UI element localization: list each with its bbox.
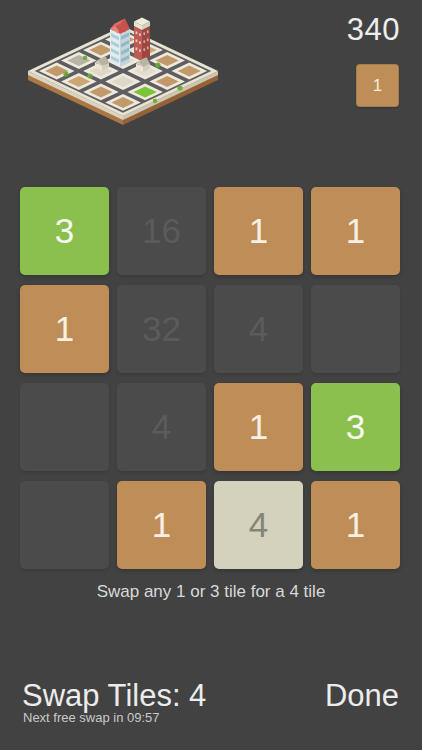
tile-r2c1[interactable]: 1 bbox=[20, 285, 109, 373]
next-swap-tile-value: 1 bbox=[373, 76, 382, 96]
tile-r3c4[interactable]: 3 bbox=[311, 383, 400, 471]
done-button[interactable]: Done bbox=[325, 678, 399, 714]
city-preview-image bbox=[6, 4, 236, 132]
board: 316111324413141 bbox=[20, 187, 400, 569]
tile-r4c2[interactable]: 1 bbox=[117, 481, 206, 569]
tile-r4c3[interactable]: 4 bbox=[214, 481, 303, 569]
tile-r4c4[interactable]: 1 bbox=[311, 481, 400, 569]
tile-r1c3[interactable]: 1 bbox=[214, 187, 303, 275]
tile-r1c1[interactable]: 3 bbox=[20, 187, 109, 275]
next-swap-timer: Next free swap in 09:57 bbox=[23, 710, 160, 725]
tile-r1c4[interactable]: 1 bbox=[311, 187, 400, 275]
tile-r2c2[interactable]: 32 bbox=[117, 285, 206, 373]
next-swap-tile: 1 bbox=[356, 64, 399, 107]
tile-r4c1[interactable] bbox=[20, 481, 109, 569]
swap-tiles-counter: Swap Tiles: 4 bbox=[22, 678, 206, 714]
tile-r1c2[interactable]: 16 bbox=[117, 187, 206, 275]
tile-r3c3[interactable]: 1 bbox=[214, 383, 303, 471]
swap-hint-text: Swap any 1 or 3 tile for a 4 tile bbox=[0, 582, 422, 602]
red-building-icon bbox=[134, 18, 150, 62]
tile-r3c1[interactable] bbox=[20, 383, 109, 471]
tile-r2c4[interactable] bbox=[311, 285, 400, 373]
tile-r2c3[interactable]: 4 bbox=[214, 285, 303, 373]
tower-building-icon bbox=[110, 19, 130, 68]
score: 340 bbox=[347, 12, 400, 48]
tile-r3c2[interactable]: 4 bbox=[117, 383, 206, 471]
